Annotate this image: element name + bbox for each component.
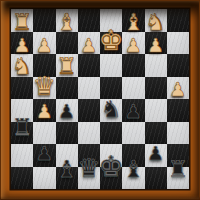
piece-glyph: ♞ — [101, 98, 122, 121]
piece-glyph: ♟ — [147, 36, 164, 55]
square-f4[interactable] — [56, 77, 78, 100]
black-rook-h6[interactable]: ♜ — [11, 122, 33, 145]
piece-glyph: ♟ — [169, 80, 186, 99]
piece-glyph: ♟ — [125, 36, 142, 55]
chess-app-screen: ♜♝♝♞♟♟♟♚♟♟♞♜♛♟♟♟♞♟♜♟♟♝♛♚♝♜ — [0, 0, 200, 200]
square-a3[interactable] — [167, 54, 189, 77]
square-h8[interactable] — [11, 167, 33, 190]
square-f6[interactable] — [56, 122, 78, 145]
square-b8[interactable] — [145, 167, 167, 190]
black-queen-e8[interactable]: ♛ — [78, 167, 100, 190]
white-bishop-c1[interactable]: ♝ — [122, 9, 144, 32]
square-e4[interactable] — [78, 77, 100, 100]
square-e3[interactable] — [78, 54, 100, 77]
piece-glyph: ♝ — [56, 11, 77, 34]
square-c3[interactable] — [122, 54, 144, 77]
black-knight-d5[interactable]: ♞ — [100, 99, 122, 122]
piece-glyph: ♝ — [123, 11, 144, 34]
piece-glyph: ♟ — [36, 102, 53, 121]
square-a2[interactable] — [167, 32, 189, 55]
piece-glyph: ♝ — [56, 158, 77, 181]
white-rook-f3[interactable]: ♜ — [56, 54, 78, 77]
piece-glyph: ♜ — [12, 11, 33, 34]
white-pawn-c2[interactable]: ♟ — [122, 32, 144, 55]
white-pawn-e2[interactable]: ♟ — [78, 32, 100, 55]
square-a6[interactable] — [167, 122, 189, 145]
piece-glyph: ♟ — [147, 144, 164, 163]
white-pawn-g2[interactable]: ♟ — [33, 32, 55, 55]
square-e1[interactable] — [78, 9, 100, 32]
piece-glyph: ♟ — [58, 102, 75, 121]
square-h7[interactable] — [11, 144, 33, 167]
black-bishop-c8[interactable]: ♝ — [122, 167, 144, 190]
square-e5[interactable] — [78, 99, 100, 122]
frame-bottom-edge — [0, 196, 200, 200]
square-g8[interactable] — [33, 167, 55, 190]
chess-board: ♜♝♝♞♟♟♟♚♟♟♞♜♛♟♟♟♞♟♜♟♟♝♛♚♝♜ — [11, 9, 189, 189]
white-king-d2[interactable]: ♚ — [100, 32, 122, 55]
black-pawn-g7[interactable]: ♟ — [33, 144, 55, 167]
piece-glyph: ♟ — [36, 36, 53, 55]
square-a5[interactable] — [167, 99, 189, 122]
piece-glyph: ♝ — [123, 158, 144, 181]
white-rook-h1[interactable]: ♜ — [11, 9, 33, 32]
piece-glyph: ♚ — [99, 153, 124, 181]
black-pawn-c5[interactable]: ♟ — [122, 99, 144, 122]
square-h4[interactable] — [11, 77, 33, 100]
piece-glyph: ♛ — [33, 73, 56, 99]
black-king-d8[interactable]: ♚ — [100, 167, 122, 190]
square-c4[interactable] — [122, 77, 144, 100]
piece-glyph: ♟ — [125, 102, 142, 121]
piece-glyph: ♞ — [12, 55, 33, 78]
piece-glyph: ♚ — [99, 27, 124, 55]
piece-glyph: ♞ — [145, 11, 166, 34]
piece-glyph: ♛ — [77, 155, 100, 181]
black-bishop-f8[interactable]: ♝ — [56, 167, 78, 190]
square-f2[interactable] — [56, 32, 78, 55]
piece-glyph: ♟ — [36, 144, 53, 163]
white-bishop-f1[interactable]: ♝ — [56, 9, 78, 32]
square-e6[interactable] — [78, 122, 100, 145]
piece-glyph: ♟ — [80, 36, 97, 55]
piece-glyph: ♜ — [168, 158, 189, 181]
square-b5[interactable] — [145, 99, 167, 122]
white-pawn-h2[interactable]: ♟ — [11, 32, 33, 55]
black-pawn-b7[interactable]: ♟ — [145, 144, 167, 167]
white-pawn-g5[interactable]: ♟ — [33, 99, 55, 122]
black-rook-a8[interactable]: ♜ — [167, 167, 189, 190]
white-pawn-b2[interactable]: ♟ — [145, 32, 167, 55]
piece-glyph: ♜ — [56, 55, 77, 78]
square-b4[interactable] — [145, 77, 167, 100]
white-knight-b1[interactable]: ♞ — [145, 9, 167, 32]
white-queen-g4[interactable]: ♛ — [33, 77, 55, 100]
square-a1[interactable] — [167, 9, 189, 32]
square-g1[interactable] — [33, 9, 55, 32]
square-d3[interactable] — [100, 54, 122, 77]
square-b3[interactable] — [145, 54, 167, 77]
piece-glyph: ♜ — [12, 116, 33, 139]
white-knight-h3[interactable]: ♞ — [11, 54, 33, 77]
white-pawn-a4[interactable]: ♟ — [167, 77, 189, 100]
square-d6[interactable] — [100, 122, 122, 145]
square-c6[interactable] — [122, 122, 144, 145]
black-pawn-f5[interactable]: ♟ — [56, 99, 78, 122]
